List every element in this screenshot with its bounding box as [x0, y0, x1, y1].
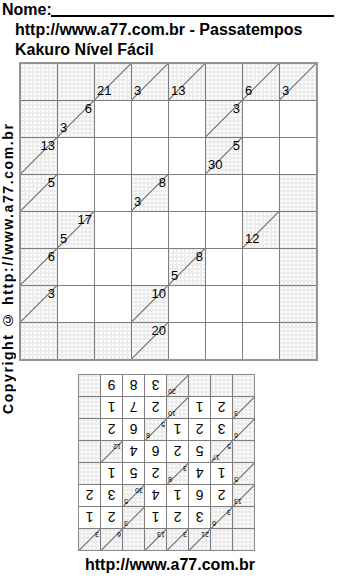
puzzle-cell-r3c6: 530 [206, 138, 242, 174]
puzzle-cell-r2c8[interactable] [280, 101, 316, 137]
name-label: Nome: [2, 1, 52, 19]
down-clue: 3 [95, 530, 99, 538]
puzzle-cell-r7c7[interactable] [243, 286, 279, 322]
puzzle-cell-r5c8 [280, 212, 316, 248]
across-clue: 5 [48, 176, 55, 190]
puzzle-cell-r5c5[interactable] [169, 212, 205, 248]
solution-cell-r1c4: 3 [167, 529, 188, 550]
puzzle-cell-r7c2[interactable] [58, 286, 94, 322]
solution-cell-r7c5: 2 [145, 397, 166, 418]
across-clue: 6 [48, 250, 55, 264]
solution-cell-r6c1: 6 [233, 419, 254, 440]
puzzle-cell-r7c4: 10 [132, 286, 168, 322]
puzzle-cell-r4c4: 83 [132, 175, 168, 211]
solution-cell-r5c2: 175 [211, 441, 232, 462]
puzzle-cell-r4c6[interactable] [206, 175, 242, 211]
solution-cell-r1c5: 13 [145, 529, 166, 550]
puzzle-cell-r1c4: 3 [132, 64, 168, 100]
across-clue: 17 [212, 453, 220, 461]
solution-cell-r2c6: 3 [123, 507, 144, 528]
puzzle-cell-r8c5[interactable] [169, 323, 205, 359]
puzzle-cell-r1c6 [206, 64, 242, 100]
puzzle-cell-r8c3 [95, 323, 131, 359]
puzzle-cell-r4c5[interactable] [169, 175, 205, 211]
across-clue: 5 [234, 475, 238, 483]
puzzle-cell-r8c6[interactable] [206, 323, 242, 359]
puzzle-cell-r2c1 [21, 101, 57, 137]
solution-cell-r5c3: 5 [189, 441, 210, 462]
solution-cell-r1c1 [233, 529, 254, 550]
across-clue: 3 [124, 519, 128, 527]
solution-cell-r7c4: 10 [167, 397, 188, 418]
solution-cell-r2c5: 1 [145, 507, 166, 528]
puzzle-cell-r4c2[interactable] [58, 175, 94, 211]
solution-cell-r1c2 [211, 529, 232, 550]
solution-cell-r8c3 [189, 375, 210, 396]
puzzle-cell-r1c3: 21 [95, 64, 131, 100]
puzzle-cell-r7c8 [280, 286, 316, 322]
site-tagline: http://www.a77.com.br - Passatempos [15, 21, 302, 39]
solution-cell-r3c1: 13 [233, 485, 254, 506]
solution-cell-r6c5: 85 [145, 419, 166, 440]
solution-cell-r1c3: 21 [189, 529, 210, 550]
puzzle-cell-r5c3[interactable] [95, 212, 131, 248]
puzzle-cell-r6c6[interactable] [206, 249, 242, 285]
across-clue: 3 [233, 102, 240, 116]
solution-cell-r5c5: 6 [145, 441, 166, 462]
solution-cell-r4c4: 83 [167, 463, 188, 484]
down-clue: 13 [157, 530, 165, 538]
puzzle-cell-r1c7: 6 [243, 64, 279, 100]
solution-cell-r4c7: 1 [101, 463, 122, 484]
solution-cell-r8c7: 9 [101, 375, 122, 396]
puzzle-cell-r2c3[interactable] [95, 101, 131, 137]
puzzle-cell-r3c5[interactable] [169, 138, 205, 174]
solution-cell-r2c8: 1 [79, 507, 100, 528]
puzzle-cell-r2c4[interactable] [132, 101, 168, 137]
solution-cell-r7c2: 2 [211, 397, 232, 418]
across-clue: 3 [234, 409, 238, 417]
puzzle-cell-r3c7[interactable] [243, 138, 279, 174]
puzzle-cell-r3c2[interactable] [58, 138, 94, 174]
solution-cell-r6c4: 1 [167, 419, 188, 440]
down-clue: 21 [97, 84, 111, 98]
solution-cell-r5c4: 2 [167, 441, 188, 462]
across-clue: 20 [152, 324, 166, 338]
kakuro-puzzle-grid: 2131363633135305831751268531020 [19, 62, 318, 361]
solution-cell-r4c8 [79, 463, 100, 484]
across-clue: 8 [159, 176, 166, 190]
solution-cell-r5c8 [79, 441, 100, 462]
solution-cell-r2c2: 63 [211, 507, 232, 528]
down-clue: 30 [208, 158, 222, 172]
puzzle-cell-r6c7[interactable] [243, 249, 279, 285]
down-clue: 3 [134, 195, 141, 209]
solution-cell-r4c3: 4 [189, 463, 210, 484]
puzzle-cell-r5c1 [21, 212, 57, 248]
solution-cell-r7c8 [79, 397, 100, 418]
solution-cell-r3c5: 4 [145, 485, 166, 506]
puzzle-cell-r1c8: 3 [280, 64, 316, 100]
solution-cell-r8c8 [79, 375, 100, 396]
down-clue: 30 [135, 486, 143, 494]
name-underline [51, 15, 334, 17]
down-clue: 5 [227, 442, 231, 450]
across-clue: 5 [233, 139, 240, 153]
puzzle-cell-r8c4: 20 [132, 323, 168, 359]
solution-cell-r7c3: 1 [189, 397, 210, 418]
solution-cell-r1c6 [123, 529, 144, 550]
solution-cell-r4c5: 2 [145, 463, 166, 484]
puzzle-cell-r6c3[interactable] [95, 249, 131, 285]
down-clue: 3 [134, 84, 141, 98]
puzzle-cell-r7c3[interactable] [95, 286, 131, 322]
solution-cell-r7c6: 7 [123, 397, 144, 418]
solution-cell-r2c1 [233, 507, 254, 528]
puzzle-cell-r4c3[interactable] [95, 175, 131, 211]
down-clue: 6 [117, 530, 121, 538]
down-clue: 6 [245, 84, 252, 98]
puzzle-cell-r2c5[interactable] [169, 101, 205, 137]
solution-cell-r3c3: 6 [189, 485, 210, 506]
puzzle-cell-r2c6: 3 [206, 101, 242, 137]
down-clue: 5 [60, 232, 67, 246]
puzzle-cell-r6c4[interactable] [132, 249, 168, 285]
solution-cell-r1c8: 3 [79, 529, 100, 550]
solution-cell-r7c1: 3 [233, 397, 254, 418]
solution-cell-r3c2: 2 [211, 485, 232, 506]
puzzle-cell-r3c1: 13 [21, 138, 57, 174]
puzzle-title: Kakuro Nível Fácil [15, 41, 154, 59]
across-clue: 13 [234, 497, 242, 505]
puzzle-cell-r3c3[interactable] [95, 138, 131, 174]
across-clue: 10 [168, 409, 176, 417]
down-clue: 3 [183, 464, 187, 472]
down-clue: 5 [171, 269, 178, 283]
puzzle-cell-r8c8 [280, 323, 316, 359]
down-clue: 3 [183, 530, 187, 538]
solution-cell-r5c1 [233, 441, 254, 462]
solution-cell-r8c5: 3 [145, 375, 166, 396]
puzzle-cell-r7c6[interactable] [206, 286, 242, 322]
solution-cell-r1c7: 6 [101, 529, 122, 550]
puzzle-cell-r8c1 [21, 323, 57, 359]
across-clue: 20 [168, 387, 176, 395]
solution-cell-r6c8 [79, 419, 100, 440]
across-clue: 13 [41, 139, 55, 153]
solution-cell-r2c3: 3 [189, 507, 210, 528]
puzzle-cell-r3c4[interactable] [132, 138, 168, 174]
solution-cell-r5c6: 4 [123, 441, 144, 462]
solution-cell-r7c7: 1 [101, 397, 122, 418]
puzzle-cell-r5c4[interactable] [132, 212, 168, 248]
solution-cell-r3c7: 3 [101, 485, 122, 506]
solution-cell-r6c2: 3 [211, 419, 232, 440]
puzzle-cell-r5c2: 175 [58, 212, 94, 248]
kakuro-solution-grid-rotated: 2131363633213211326145303251483251175526… [78, 374, 255, 551]
across-clue: 8 [196, 250, 203, 264]
puzzle-cell-r5c6[interactable] [206, 212, 242, 248]
puzzle-cell-r1c5: 13 [169, 64, 205, 100]
puzzle-cell-r6c5: 85 [169, 249, 205, 285]
puzzle-cell-r7c1: 3 [21, 286, 57, 322]
puzzle-cell-r8c7[interactable] [243, 323, 279, 359]
down-clue: 3 [60, 121, 67, 135]
puzzle-cell-r6c2[interactable] [58, 249, 94, 285]
across-clue: 17 [78, 213, 92, 227]
puzzle-cell-r2c7[interactable] [243, 101, 279, 137]
across-clue: 8 [146, 431, 150, 439]
copyright-vertical-text: Copyright © http://www.a77.com.br [0, 60, 17, 414]
solution-cell-r4c6: 5 [123, 463, 144, 484]
puzzle-cell-r4c7[interactable] [243, 175, 279, 211]
across-clue: 5 [124, 497, 128, 505]
down-clue: 5 [161, 420, 165, 428]
across-clue: 6 [212, 519, 216, 527]
puzzle-cell-r4c8 [280, 175, 316, 211]
solution-cell-r2c7: 2 [101, 507, 122, 528]
solution-cell-r6c3: 2 [189, 419, 210, 440]
puzzle-cell-r2c2: 63 [58, 101, 94, 137]
solution-cell-r8c2 [211, 375, 232, 396]
solution-cell-r8c4: 20 [167, 375, 188, 396]
down-clue: 12 [245, 232, 259, 246]
puzzle-cell-r1c2 [58, 64, 94, 100]
solution-cell-r2c4: 2 [167, 507, 188, 528]
solution-cell-r4c2: 1 [211, 463, 232, 484]
puzzle-cell-r6c8 [280, 249, 316, 285]
solution-cell-r3c8: 2 [79, 485, 100, 506]
down-clue: 12 [113, 442, 121, 450]
across-clue: 6 [234, 431, 238, 439]
across-clue: 3 [48, 287, 55, 301]
down-clue: 13 [171, 84, 185, 98]
solution-cell-r6c6: 6 [123, 419, 144, 440]
down-clue: 3 [227, 508, 231, 516]
puzzle-cell-r8c2 [58, 323, 94, 359]
solution-cell-r5c7: 12 [101, 441, 122, 462]
puzzle-cell-r3c8[interactable] [280, 138, 316, 174]
puzzle-cell-r5c7: 12 [243, 212, 279, 248]
puzzle-cell-r1c1 [21, 64, 57, 100]
down-clue: 3 [282, 84, 289, 98]
footer-url: http://www.a77.com.br [0, 556, 340, 574]
across-clue: 6 [85, 102, 92, 116]
solution-cell-r4c1: 5 [233, 463, 254, 484]
puzzle-cell-r6c1: 6 [21, 249, 57, 285]
solution-cell-r3c6: 530 [123, 485, 144, 506]
puzzle-cell-r7c5[interactable] [169, 286, 205, 322]
solution-cell-r6c7: 2 [101, 419, 122, 440]
solution-cell-r8c6: 8 [123, 375, 144, 396]
across-clue: 8 [168, 475, 172, 483]
puzzle-cell-r4c1: 5 [21, 175, 57, 211]
across-clue: 10 [152, 287, 166, 301]
solution-cell-r8c1 [233, 375, 254, 396]
down-clue: 21 [201, 530, 209, 538]
solution-cell-r3c4: 1 [167, 485, 188, 506]
